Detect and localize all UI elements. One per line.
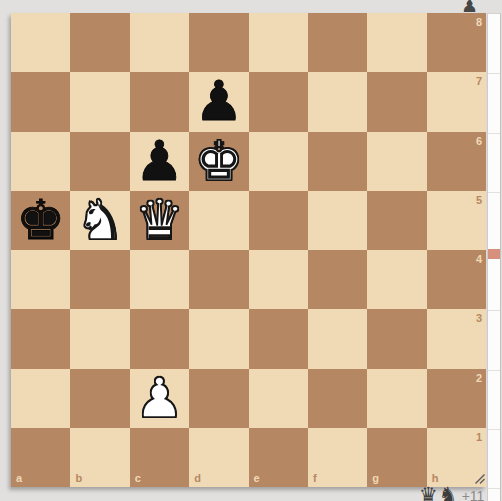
piece-white-king[interactable]: ♚ — [189, 132, 248, 191]
square-a7[interactable] — [11, 72, 70, 131]
square-a1[interactable]: a — [11, 428, 70, 487]
file-label-a: a — [16, 473, 22, 484]
square-b2[interactable] — [70, 369, 129, 428]
strip-row-separator — [488, 73, 500, 74]
strip-row-separator — [488, 133, 500, 134]
square-d6[interactable]: ♚ — [189, 132, 248, 191]
square-a5[interactable]: ♚ — [11, 191, 70, 250]
square-d4[interactable] — [189, 250, 248, 309]
rank-label-4: 4 — [476, 254, 482, 265]
square-b4[interactable] — [70, 250, 129, 309]
bottom-material: ♛♞ +11 — [419, 485, 484, 501]
square-c5[interactable]: ♛ — [130, 191, 189, 250]
strip-row-separator — [488, 192, 500, 193]
top-captured-pieces: ♟ — [461, 0, 478, 15]
rank-label-6: 6 — [476, 136, 482, 147]
piece-black-pawn[interactable]: ♟ — [189, 72, 248, 131]
square-c3[interactable] — [130, 309, 189, 368]
square-f1[interactable]: f — [308, 428, 367, 487]
square-d1[interactable]: d — [189, 428, 248, 487]
square-d7[interactable]: ♟ — [189, 72, 248, 131]
square-c4[interactable] — [130, 250, 189, 309]
square-g8[interactable] — [367, 13, 426, 72]
square-c2[interactable]: ♟ — [130, 369, 189, 428]
square-h2[interactable]: 2 — [427, 369, 486, 428]
rank-label-7: 7 — [476, 76, 482, 87]
square-c7[interactable] — [130, 72, 189, 131]
square-f8[interactable] — [308, 13, 367, 72]
square-b6[interactable] — [70, 132, 129, 191]
square-g2[interactable] — [367, 369, 426, 428]
square-a8[interactable] — [11, 13, 70, 72]
file-label-b: b — [75, 473, 82, 484]
piece-white-queen[interactable]: ♛ — [130, 191, 189, 250]
square-h4[interactable]: 4 — [427, 250, 486, 309]
square-c1[interactable]: c — [130, 428, 189, 487]
square-c6[interactable]: ♟ — [130, 132, 189, 191]
square-d8[interactable] — [189, 13, 248, 72]
square-e6[interactable] — [249, 132, 308, 191]
piece-white-pawn[interactable]: ♟ — [130, 369, 189, 428]
square-f6[interactable] — [308, 132, 367, 191]
square-f2[interactable] — [308, 369, 367, 428]
square-g5[interactable] — [367, 191, 426, 250]
square-a6[interactable] — [11, 132, 70, 191]
strip-row-separator — [488, 370, 500, 371]
rank-label-5: 5 — [476, 195, 482, 206]
file-label-f: f — [313, 473, 317, 484]
square-g3[interactable] — [367, 309, 426, 368]
rank-label-2: 2 — [476, 373, 482, 384]
chess-board: 8♟7♟♚6♚♞♛543♟2abcdefg1h — [11, 13, 486, 487]
square-h6[interactable]: 6 — [427, 132, 486, 191]
square-h3[interactable]: 3 — [427, 309, 486, 368]
square-f5[interactable] — [308, 191, 367, 250]
side-panel-strip[interactable] — [487, 13, 501, 501]
square-e5[interactable] — [249, 191, 308, 250]
file-label-e: e — [254, 473, 260, 484]
square-d2[interactable] — [189, 369, 248, 428]
square-e3[interactable] — [249, 309, 308, 368]
strip-row-separator — [488, 429, 500, 430]
square-g7[interactable] — [367, 72, 426, 131]
strip-row-separator — [488, 488, 500, 489]
square-h5[interactable]: 5 — [427, 191, 486, 250]
piece-black-king[interactable]: ♚ — [11, 191, 70, 250]
file-label-d: d — [194, 473, 201, 484]
square-e1[interactable]: e — [249, 428, 308, 487]
rank-label-8: 8 — [476, 17, 482, 28]
piece-white-knight[interactable]: ♞ — [70, 191, 129, 250]
resize-diagonal-lines-icon — [473, 472, 486, 485]
square-e7[interactable] — [249, 72, 308, 131]
square-c8[interactable] — [130, 13, 189, 72]
square-e2[interactable] — [249, 369, 308, 428]
strip-highlight-bar — [488, 249, 500, 259]
file-label-c: c — [135, 473, 141, 484]
square-b8[interactable] — [70, 13, 129, 72]
captured-pawn-icon: ♟ — [461, 0, 478, 16]
rank-label-3: 3 — [476, 313, 482, 324]
square-e8[interactable] — [249, 13, 308, 72]
piece-black-pawn[interactable]: ♟ — [130, 132, 189, 191]
square-f7[interactable] — [308, 72, 367, 131]
square-f4[interactable] — [308, 250, 367, 309]
square-a2[interactable] — [11, 369, 70, 428]
material-advantage: +11 — [462, 485, 485, 501]
square-h7[interactable]: 7 — [427, 72, 486, 131]
square-e4[interactable] — [249, 250, 308, 309]
square-d5[interactable] — [189, 191, 248, 250]
square-h8[interactable]: 8 — [427, 13, 486, 72]
square-a3[interactable] — [11, 309, 70, 368]
rank-label-1: 1 — [476, 432, 482, 443]
captured-knight-icon: ♞ — [439, 485, 458, 501]
square-b1[interactable]: b — [70, 428, 129, 487]
captured-queen-icon: ♛ — [419, 485, 438, 501]
square-g6[interactable] — [367, 132, 426, 191]
square-g4[interactable] — [367, 250, 426, 309]
square-b3[interactable] — [70, 309, 129, 368]
square-b7[interactable] — [70, 72, 129, 131]
square-b5[interactable]: ♞ — [70, 191, 129, 250]
board-resize-handle[interactable] — [473, 471, 486, 484]
file-label-g: g — [372, 473, 379, 484]
strip-row-separator — [488, 310, 500, 311]
square-d3[interactable] — [189, 309, 248, 368]
square-a4[interactable] — [11, 250, 70, 309]
bottom-captured-pieces: ♛♞ — [419, 485, 459, 501]
square-f3[interactable] — [308, 309, 367, 368]
square-g1[interactable]: g — [367, 428, 426, 487]
